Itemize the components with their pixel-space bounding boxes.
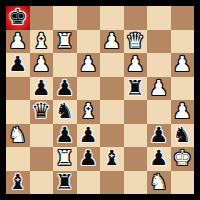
square-g2[interactable]: ♟ <box>147 147 171 171</box>
square-b7[interactable]: ♝ <box>30 30 54 54</box>
square-g8[interactable] <box>147 6 171 30</box>
square-d4[interactable]: ♝ <box>77 100 101 124</box>
square-c2[interactable]: ♜ <box>53 147 77 171</box>
piece-black-knight-h3[interactable]: ♞ <box>173 124 192 148</box>
square-g7[interactable] <box>147 30 171 54</box>
square-b5[interactable]: ♟ <box>30 77 54 101</box>
square-h5[interactable] <box>171 77 195 101</box>
square-f1[interactable] <box>124 171 148 195</box>
square-a3[interactable]: ♞ <box>6 124 30 148</box>
piece-white-pawn-a7[interactable]: ♟ <box>8 30 27 54</box>
square-b8[interactable] <box>30 6 54 30</box>
piece-black-bishop-e2[interactable]: ♝ <box>102 147 121 171</box>
square-f3[interactable] <box>124 124 148 148</box>
square-a7[interactable]: ♟ <box>6 30 30 54</box>
piece-white-pawn-g5[interactable]: ♟ <box>149 77 168 101</box>
square-c3[interactable]: ♟ <box>53 124 77 148</box>
square-f8[interactable] <box>124 6 148 30</box>
square-b3[interactable] <box>30 124 54 148</box>
square-h1[interactable] <box>171 171 195 195</box>
square-d6[interactable]: ♟ <box>77 53 101 77</box>
piece-black-pawn-c5[interactable]: ♟ <box>55 77 74 101</box>
piece-black-pawn-a6[interactable]: ♟ <box>8 53 27 77</box>
square-h2[interactable]: ♚ <box>171 147 195 171</box>
piece-white-queen-f7[interactable]: ♛ <box>126 30 145 54</box>
piece-white-pawn-h6[interactable]: ♟ <box>173 53 192 77</box>
square-g4[interactable] <box>147 100 171 124</box>
square-b2[interactable] <box>30 147 54 171</box>
square-e1[interactable] <box>100 171 124 195</box>
piece-white-pawn-b6[interactable]: ♟ <box>32 53 51 77</box>
piece-black-king-a8[interactable]: ♚ <box>8 6 27 30</box>
square-d3[interactable]: ♟ <box>77 124 101 148</box>
square-f5[interactable]: ♜ <box>124 77 148 101</box>
piece-white-pawn-e7[interactable]: ♟ <box>102 30 121 54</box>
square-e5[interactable] <box>100 77 124 101</box>
square-d7[interactable] <box>77 30 101 54</box>
piece-white-knight-g1[interactable]: ♞ <box>149 171 168 195</box>
square-a6[interactable]: ♟ <box>6 53 30 77</box>
square-e7[interactable]: ♟ <box>100 30 124 54</box>
square-h3[interactable]: ♞ <box>171 124 195 148</box>
board-frame: ♚♟♝♜♟♛♟♟♟♟♟♟♟♜♟♛♞♝♟♞♟♟♟♞♜♟♝♟♚♝♜♞ <box>0 0 200 200</box>
square-a4[interactable] <box>6 100 30 124</box>
piece-black-queen-b4[interactable]: ♛ <box>32 100 51 124</box>
piece-black-pawn-b5[interactable]: ♟ <box>32 77 51 101</box>
square-g1[interactable]: ♞ <box>147 171 171 195</box>
piece-white-rook-c2[interactable]: ♜ <box>55 147 74 171</box>
chess-board: ♚♟♝♜♟♛♟♟♟♟♟♟♟♜♟♛♞♝♟♞♟♟♟♞♜♟♝♟♚♝♜♞ <box>6 6 194 194</box>
square-h8[interactable] <box>171 6 195 30</box>
square-e3[interactable] <box>100 124 124 148</box>
square-g5[interactable]: ♟ <box>147 77 171 101</box>
square-g6[interactable] <box>147 53 171 77</box>
piece-white-pawn-h4[interactable]: ♟ <box>173 100 192 124</box>
piece-black-pawn-d3[interactable]: ♟ <box>79 124 98 148</box>
square-a8[interactable]: ♚ <box>6 6 30 30</box>
square-d2[interactable]: ♟ <box>77 147 101 171</box>
square-h7[interactable] <box>171 30 195 54</box>
square-g3[interactable]: ♟ <box>147 124 171 148</box>
piece-white-pawn-d6[interactable]: ♟ <box>79 53 98 77</box>
piece-black-knight-c4[interactable]: ♞ <box>55 100 74 124</box>
square-a5[interactable] <box>6 77 30 101</box>
piece-black-rook-f5[interactable]: ♜ <box>126 77 145 101</box>
square-c4[interactable]: ♞ <box>53 100 77 124</box>
piece-black-pawn-g3[interactable]: ♟ <box>149 124 168 148</box>
square-c5[interactable]: ♟ <box>53 77 77 101</box>
square-h6[interactable]: ♟ <box>171 53 195 77</box>
piece-white-pawn-f6[interactable]: ♟ <box>126 53 145 77</box>
square-h4[interactable]: ♟ <box>171 100 195 124</box>
square-c1[interactable]: ♜ <box>53 171 77 195</box>
square-e8[interactable] <box>100 6 124 30</box>
piece-black-pawn-c3[interactable]: ♟ <box>55 124 74 148</box>
square-a2[interactable] <box>6 147 30 171</box>
square-e2[interactable]: ♝ <box>100 147 124 171</box>
piece-white-knight-a3[interactable]: ♞ <box>8 124 27 148</box>
piece-white-bishop-d4[interactable]: ♝ <box>79 100 98 124</box>
square-b4[interactable]: ♛ <box>30 100 54 124</box>
square-c7[interactable]: ♜ <box>53 30 77 54</box>
piece-white-bishop-b7[interactable]: ♝ <box>32 30 51 54</box>
piece-white-rook-c7[interactable]: ♜ <box>55 30 74 54</box>
square-f4[interactable] <box>124 100 148 124</box>
square-a1[interactable]: ♝ <box>6 171 30 195</box>
square-c8[interactable] <box>53 6 77 30</box>
piece-black-pawn-d2[interactable]: ♟ <box>79 147 98 171</box>
square-c6[interactable] <box>53 53 77 77</box>
square-d1[interactable] <box>77 171 101 195</box>
piece-white-king-h2[interactable]: ♚ <box>173 147 192 171</box>
square-d5[interactable] <box>77 77 101 101</box>
square-e4[interactable] <box>100 100 124 124</box>
square-b1[interactable] <box>30 171 54 195</box>
square-d8[interactable] <box>77 6 101 30</box>
square-e6[interactable] <box>100 53 124 77</box>
square-f7[interactable]: ♛ <box>124 30 148 54</box>
square-f6[interactable]: ♟ <box>124 53 148 77</box>
piece-black-pawn-g2[interactable]: ♟ <box>149 147 168 171</box>
piece-black-rook-c1[interactable]: ♜ <box>55 171 74 195</box>
square-f2[interactable] <box>124 147 148 171</box>
piece-black-bishop-a1[interactable]: ♝ <box>8 171 27 195</box>
square-b6[interactable]: ♟ <box>30 53 54 77</box>
